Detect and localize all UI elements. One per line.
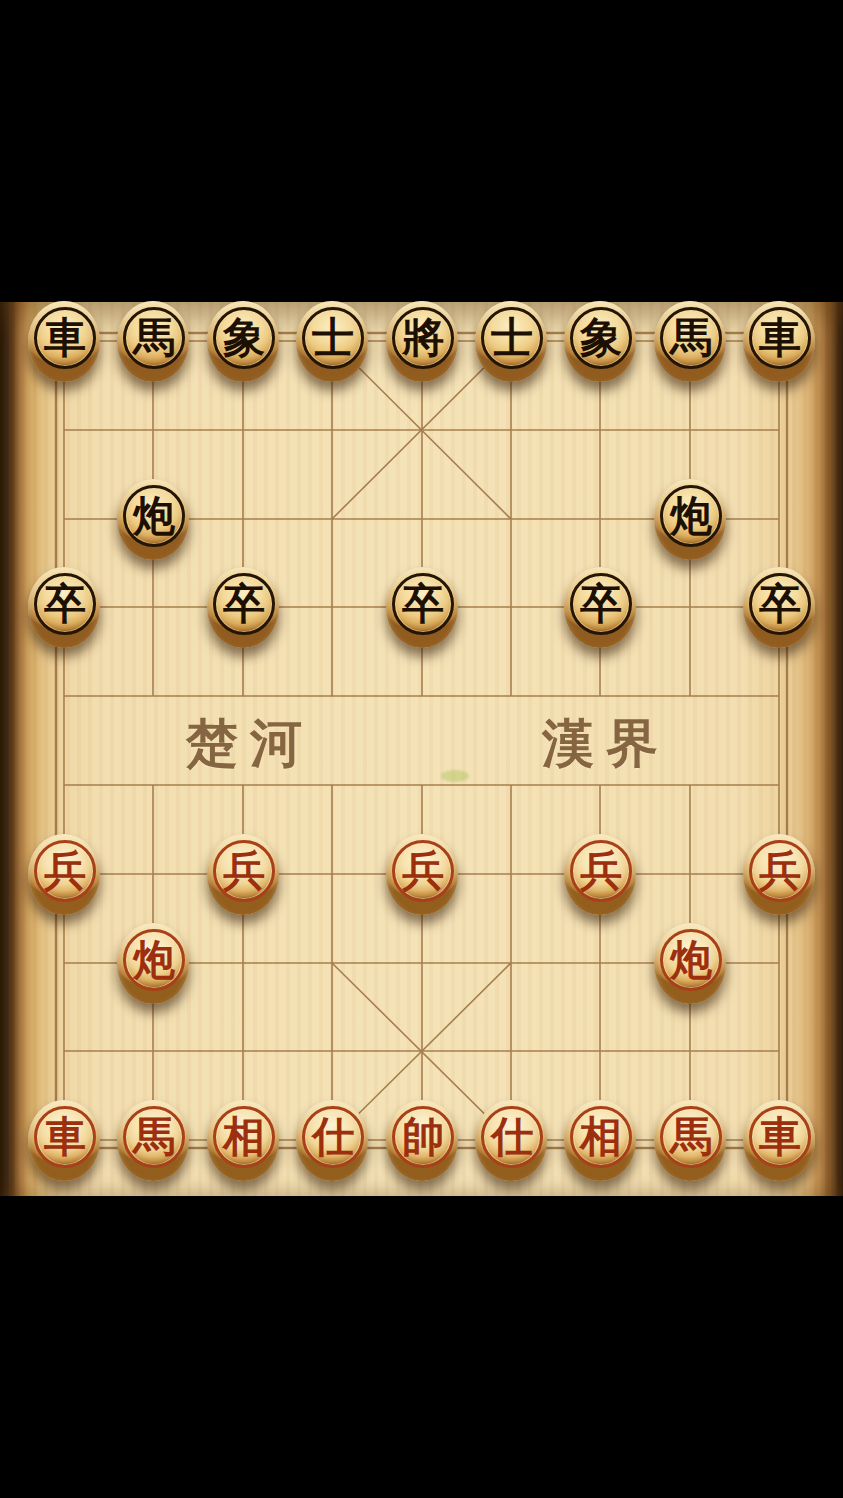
- letterbox-top: [0, 0, 843, 302]
- xiangqi-board[interactable]: 楚河 漢界 車馬象士將士象馬車炮炮卒卒卒卒卒兵兵兵兵兵炮炮車馬相仕帥仕相馬車: [0, 302, 843, 1196]
- piece-ring: 炮: [123, 929, 185, 991]
- piece-glyph: 兵: [402, 843, 444, 899]
- piece-ring: 車: [34, 1106, 96, 1168]
- piece-ring: 兵: [213, 840, 275, 902]
- piece-glyph: 炮: [133, 932, 175, 988]
- piece-glyph: 兵: [759, 843, 801, 899]
- piece-red-chariot[interactable]: 車: [743, 1100, 815, 1181]
- piece-black-soldier[interactable]: 卒: [386, 567, 458, 648]
- piece-ring: 象: [213, 307, 275, 369]
- board-grid-lines: [0, 302, 843, 1196]
- piece-red-cannon[interactable]: 炮: [117, 923, 189, 1004]
- piece-glyph: 車: [44, 1109, 86, 1165]
- piece-glyph: 帥: [402, 1109, 444, 1165]
- piece-ring: 馬: [123, 1106, 185, 1168]
- piece-glyph: 士: [491, 310, 533, 366]
- piece-glyph: 象: [223, 310, 265, 366]
- piece-ring: 象: [570, 307, 632, 369]
- piece-ring: 兵: [34, 840, 96, 902]
- piece-ring: 相: [570, 1106, 632, 1168]
- piece-glyph: 炮: [133, 488, 175, 544]
- piece-red-soldier[interactable]: 兵: [743, 834, 815, 915]
- piece-glyph: 象: [580, 310, 622, 366]
- piece-red-advisor[interactable]: 仕: [475, 1100, 547, 1181]
- piece-red-cannon[interactable]: 炮: [654, 923, 726, 1004]
- piece-ring: 炮: [660, 929, 722, 991]
- river-label-han-jie: 漢界: [542, 718, 670, 770]
- piece-glyph: 卒: [223, 576, 265, 632]
- piece-glyph: 兵: [44, 843, 86, 899]
- piece-red-chariot[interactable]: 車: [28, 1100, 100, 1181]
- piece-ring: 兵: [749, 840, 811, 902]
- piece-glyph: 炮: [670, 932, 712, 988]
- piece-black-advisor[interactable]: 士: [296, 301, 368, 382]
- piece-glyph: 兵: [580, 843, 622, 899]
- piece-glyph: 車: [759, 310, 801, 366]
- piece-red-elephant[interactable]: 相: [564, 1100, 636, 1181]
- piece-glyph: 馬: [670, 310, 712, 366]
- piece-red-general[interactable]: 帥: [386, 1100, 458, 1181]
- piece-black-soldier[interactable]: 卒: [28, 567, 100, 648]
- letterbox-bottom: [0, 1196, 843, 1498]
- piece-black-soldier[interactable]: 卒: [207, 567, 279, 648]
- piece-black-cannon[interactable]: 炮: [654, 479, 726, 560]
- piece-ring: 兵: [570, 840, 632, 902]
- piece-ring: 相: [213, 1106, 275, 1168]
- piece-glyph: 馬: [133, 310, 175, 366]
- piece-glyph: 車: [759, 1109, 801, 1165]
- piece-ring: 車: [749, 1106, 811, 1168]
- piece-ring: 炮: [123, 485, 185, 547]
- piece-ring: 馬: [123, 307, 185, 369]
- piece-glyph: 相: [580, 1109, 622, 1165]
- piece-ring: 卒: [213, 573, 275, 635]
- piece-ring: 仕: [481, 1106, 543, 1168]
- piece-glyph: 卒: [759, 576, 801, 632]
- screenshot-stage: 楚河 漢界 車馬象士將士象馬車炮炮卒卒卒卒卒兵兵兵兵兵炮炮車馬相仕帥仕相馬車: [0, 0, 843, 1498]
- piece-glyph: 士: [312, 310, 354, 366]
- piece-ring: 炮: [660, 485, 722, 547]
- piece-glyph: 將: [402, 310, 444, 366]
- piece-glyph: 卒: [402, 576, 444, 632]
- piece-ring: 兵: [392, 840, 454, 902]
- piece-ring: 帥: [392, 1106, 454, 1168]
- piece-red-soldier[interactable]: 兵: [564, 834, 636, 915]
- piece-glyph: 兵: [223, 843, 265, 899]
- piece-black-advisor[interactable]: 士: [475, 301, 547, 382]
- piece-ring: 士: [302, 307, 364, 369]
- piece-ring: 士: [481, 307, 543, 369]
- piece-glyph: 炮: [670, 488, 712, 544]
- piece-glyph: 車: [44, 310, 86, 366]
- river-smudge-artifact: [441, 770, 469, 782]
- piece-glyph: 相: [223, 1109, 265, 1165]
- piece-black-general[interactable]: 將: [386, 301, 458, 382]
- piece-black-cannon[interactable]: 炮: [117, 479, 189, 560]
- piece-ring: 馬: [660, 307, 722, 369]
- piece-glyph: 卒: [580, 576, 622, 632]
- piece-black-soldier[interactable]: 卒: [743, 567, 815, 648]
- piece-glyph: 馬: [670, 1109, 712, 1165]
- piece-black-elephant[interactable]: 象: [564, 301, 636, 382]
- piece-red-soldier[interactable]: 兵: [207, 834, 279, 915]
- piece-ring: 將: [392, 307, 454, 369]
- piece-black-elephant[interactable]: 象: [207, 301, 279, 382]
- piece-red-soldier[interactable]: 兵: [28, 834, 100, 915]
- river-label-chu-he: 楚河: [186, 718, 314, 770]
- piece-red-advisor[interactable]: 仕: [296, 1100, 368, 1181]
- piece-ring: 車: [749, 307, 811, 369]
- piece-red-horse[interactable]: 馬: [654, 1100, 726, 1181]
- piece-red-horse[interactable]: 馬: [117, 1100, 189, 1181]
- piece-ring: 仕: [302, 1106, 364, 1168]
- piece-ring: 車: [34, 307, 96, 369]
- piece-ring: 卒: [392, 573, 454, 635]
- piece-red-soldier[interactable]: 兵: [386, 834, 458, 915]
- piece-ring: 卒: [749, 573, 811, 635]
- piece-ring: 卒: [570, 573, 632, 635]
- piece-black-horse[interactable]: 馬: [117, 301, 189, 382]
- piece-glyph: 仕: [312, 1109, 354, 1165]
- piece-ring: 馬: [660, 1106, 722, 1168]
- piece-glyph: 馬: [133, 1109, 175, 1165]
- piece-black-chariot[interactable]: 車: [743, 301, 815, 382]
- piece-black-chariot[interactable]: 車: [28, 301, 100, 382]
- piece-red-elephant[interactable]: 相: [207, 1100, 279, 1181]
- piece-ring: 卒: [34, 573, 96, 635]
- piece-black-soldier[interactable]: 卒: [564, 567, 636, 648]
- piece-black-horse[interactable]: 馬: [654, 301, 726, 382]
- piece-glyph: 卒: [44, 576, 86, 632]
- piece-glyph: 仕: [491, 1109, 533, 1165]
